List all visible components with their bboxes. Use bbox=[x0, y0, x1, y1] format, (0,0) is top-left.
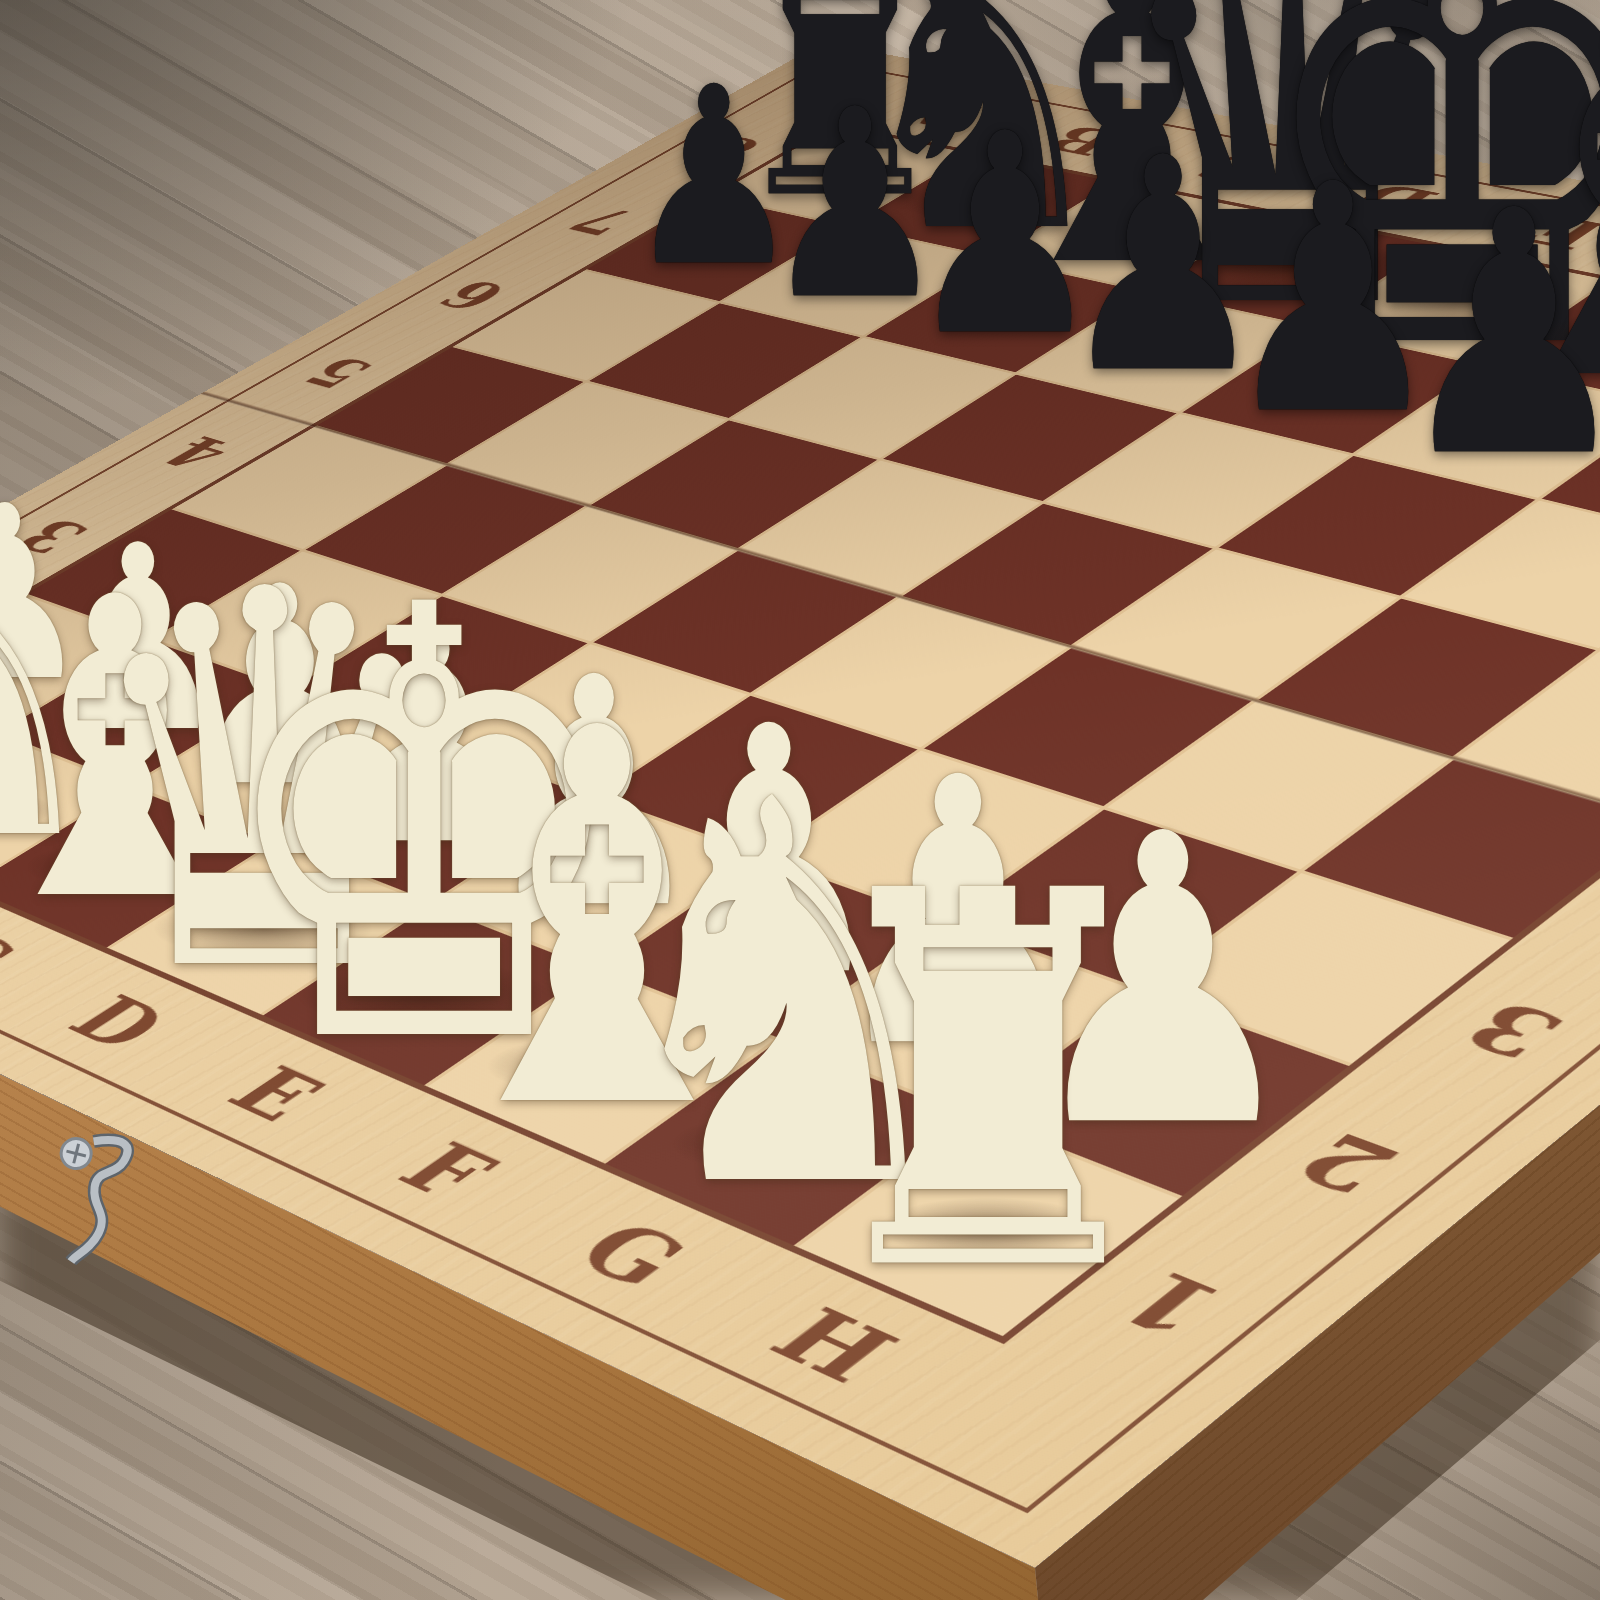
photo-scene: ABCDEFGH ABCDEFGH 87654321 87654321 ♜♞♝♟… bbox=[0, 0, 1600, 1600]
latch-icon bbox=[52, 1125, 148, 1265]
